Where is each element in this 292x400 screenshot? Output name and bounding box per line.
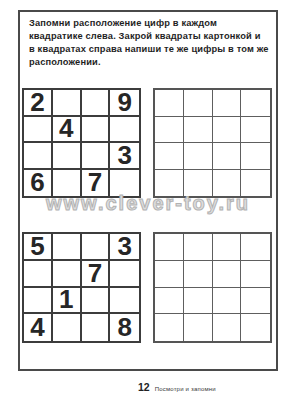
grid-cell-empty	[110, 288, 139, 315]
grid-cell-empty[interactable]	[241, 234, 270, 261]
page-footer: 12 Посмотри и запомни	[138, 381, 216, 393]
page-number: 12	[138, 381, 150, 393]
grid-cell-empty[interactable]	[155, 170, 184, 197]
grid-cell-empty[interactable]	[241, 288, 270, 315]
instructions-line: Запомни расположение цифр в каждом	[29, 17, 273, 30]
grid-cell-empty[interactable]	[155, 117, 184, 144]
grid-cell-digit: 4	[24, 314, 53, 341]
grid-cell-empty[interactable]	[155, 261, 184, 288]
grid-cell-empty[interactable]	[241, 261, 270, 288]
grid-cell-empty[interactable]	[213, 288, 242, 315]
grid-cell-empty	[53, 90, 82, 117]
grid-cell-empty[interactable]	[155, 314, 184, 341]
grid-cell-empty[interactable]	[155, 234, 184, 261]
grid-cell-empty[interactable]	[241, 314, 270, 341]
grid-cell-digit: 2	[24, 90, 53, 117]
source-grid-bottom: 537148	[22, 232, 141, 343]
grid-cell-digit: 8	[110, 314, 139, 341]
grid-cell-empty[interactable]	[213, 234, 242, 261]
grid-cell-empty	[53, 314, 82, 341]
grid-cell-empty[interactable]	[213, 261, 242, 288]
footer-caption: Посмотри и запомни	[155, 386, 216, 392]
answer-grid-top[interactable]	[153, 88, 272, 198]
instructions-line: в квадратах справа напиши те же цифры в …	[29, 43, 273, 56]
grid-cell-empty	[82, 143, 111, 170]
grid-cell-digit: 3	[110, 234, 139, 261]
grid-cell-empty[interactable]	[184, 117, 213, 144]
grid-cell-empty[interactable]	[184, 90, 213, 117]
grid-cell-empty[interactable]	[155, 288, 184, 315]
instructions-line: квадратике слева. Закрой квадраты картон…	[29, 30, 273, 43]
grid-cell-empty	[24, 143, 53, 170]
source-grid-top: 294367	[22, 88, 141, 198]
book-page: Запомни расположение цифр в каждом квадр…	[0, 0, 292, 400]
answer-grid-bottom[interactable]	[153, 232, 272, 343]
grid-cell-digit: 3	[110, 143, 139, 170]
grid-cell-empty[interactable]	[184, 314, 213, 341]
grid-cell-empty[interactable]	[184, 288, 213, 315]
grid-cell-digit: 5	[24, 234, 53, 261]
grid-cell-empty	[24, 261, 53, 288]
grid-cell-empty	[110, 170, 139, 197]
grid-cell-digit: 1	[53, 288, 82, 315]
grid-cell-empty	[110, 117, 139, 144]
grid-cell-empty[interactable]	[184, 143, 213, 170]
grid-cell-empty	[53, 261, 82, 288]
grid-cell-empty[interactable]	[213, 314, 242, 341]
grid-cell-empty[interactable]	[213, 143, 242, 170]
grid-cell-empty[interactable]	[184, 261, 213, 288]
grid-cell-empty	[53, 170, 82, 197]
grid-cell-empty	[82, 288, 111, 315]
grid-cell-empty[interactable]	[184, 234, 213, 261]
grid-cell-empty	[110, 261, 139, 288]
grid-cell-digit: 7	[82, 170, 111, 197]
grid-cell-empty	[82, 314, 111, 341]
grid-cell-empty[interactable]	[213, 117, 242, 144]
grid-cell-empty	[24, 288, 53, 315]
grid-cell-empty	[82, 234, 111, 261]
grid-cell-empty[interactable]	[213, 170, 242, 197]
grid-cell-digit: 9	[110, 90, 139, 117]
grid-cell-empty[interactable]	[155, 143, 184, 170]
grid-cell-digit: 6	[24, 170, 53, 197]
grid-cell-empty[interactable]	[241, 117, 270, 144]
grid-cell-empty	[53, 143, 82, 170]
grid-cell-empty	[24, 117, 53, 144]
grid-cell-digit: 4	[53, 117, 82, 144]
grid-cell-empty[interactable]	[241, 170, 270, 197]
grid-cell-empty[interactable]	[184, 170, 213, 197]
grid-cell-empty[interactable]	[155, 90, 184, 117]
grid-cell-empty[interactable]	[241, 143, 270, 170]
instructions-text: Запомни расположение цифр в каждом квадр…	[29, 17, 273, 69]
instructions-line: расположении.	[29, 56, 273, 69]
grid-cell-empty[interactable]	[213, 90, 242, 117]
grid-cell-empty	[82, 117, 111, 144]
grid-cell-empty[interactable]	[241, 90, 270, 117]
grid-cell-empty	[53, 234, 82, 261]
grid-cell-empty	[82, 90, 111, 117]
grid-cell-digit: 7	[82, 261, 111, 288]
